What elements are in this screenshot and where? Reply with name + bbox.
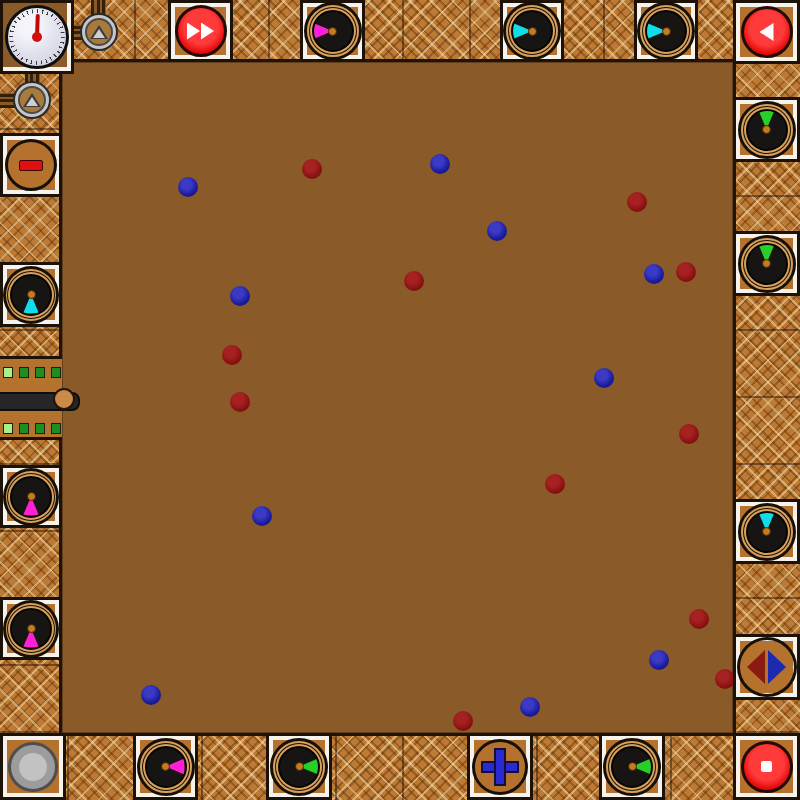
fast-forward-tile (168, 0, 233, 62)
blue-ball[interactable] (594, 368, 614, 388)
dial-ring (3, 266, 59, 324)
led (19, 423, 29, 434)
dial-face (278, 746, 320, 788)
minus-icon (19, 160, 43, 171)
timer-dial-right[interactable] (733, 97, 800, 162)
dial-ring (738, 503, 796, 561)
frame-bottom (0, 733, 800, 800)
valve-inner (18, 86, 46, 114)
led (51, 423, 61, 434)
previous-tile (733, 0, 800, 64)
dial-face (645, 10, 687, 52)
led (51, 367, 61, 378)
dial-ring (3, 600, 59, 658)
gauge-hub (32, 32, 42, 42)
add-tile (467, 733, 533, 800)
led-meter-top (3, 367, 61, 378)
fast-forward-button[interactable] (175, 5, 227, 57)
red-ball[interactable] (230, 392, 250, 412)
meter-panel (0, 356, 62, 440)
gray-button-tile (0, 733, 66, 800)
red-ball[interactable] (545, 474, 565, 494)
timer-dial-right[interactable] (733, 231, 800, 296)
red-ball[interactable] (302, 159, 322, 179)
blue-ball[interactable] (487, 221, 507, 241)
dial-center-dot (27, 624, 36, 633)
timer-dial-bottom[interactable] (599, 733, 665, 800)
gray-button[interactable] (8, 742, 58, 792)
stop-button[interactable] (741, 741, 793, 793)
blue-ball[interactable] (520, 697, 540, 717)
dial-face (611, 746, 653, 788)
slider-knob[interactable] (53, 388, 75, 410)
red-ball[interactable] (404, 271, 424, 291)
game-window: { "game": "Steampunk marble-arena physic… (0, 0, 800, 800)
dial-center-dot (628, 762, 637, 771)
blue-ball[interactable] (230, 286, 250, 306)
red-left-triangle-icon (747, 650, 765, 684)
red-ball[interactable] (676, 262, 696, 282)
dial-face (10, 274, 52, 316)
dial-center-dot (762, 527, 771, 536)
swap-colors-button[interactable] (737, 637, 797, 697)
led (19, 367, 29, 378)
dial-face (10, 608, 52, 650)
gray-button-inner (19, 753, 47, 781)
dial-ring (137, 738, 195, 796)
dial-center-dot (295, 762, 304, 771)
dial-ring (603, 738, 661, 796)
dial-face (10, 476, 52, 518)
blue-ball[interactable] (252, 506, 272, 526)
timer-dial-left[interactable] (0, 597, 62, 660)
red-ball[interactable] (715, 669, 733, 689)
red-ball[interactable] (222, 345, 242, 365)
remove-tile (0, 133, 62, 197)
dial-face (746, 109, 788, 151)
led (35, 423, 45, 434)
valve-inner (85, 18, 113, 46)
dial-ring (503, 2, 561, 60)
timer-dial-top[interactable] (634, 0, 698, 62)
swap-tile (733, 634, 800, 700)
dial-center-dot (762, 125, 771, 134)
fast-forward-icon (201, 23, 214, 40)
arena[interactable] (62, 62, 733, 733)
left-triangle-icon (760, 23, 774, 41)
blue-right-triangle-icon (768, 650, 786, 684)
dial-ring (3, 468, 59, 526)
dial-face (746, 511, 788, 553)
timer-dial-left[interactable] (0, 262, 62, 327)
pressure-gauge-tile (0, 0, 74, 74)
timer-dial-top[interactable] (300, 0, 365, 62)
timer-dial-bottom[interactable] (266, 733, 332, 800)
blue-ball[interactable] (141, 685, 161, 705)
dial-ring (270, 738, 328, 796)
dial-center-dot (762, 259, 771, 268)
triangle-up-icon (23, 93, 41, 107)
red-ball[interactable] (679, 424, 699, 444)
dial-face (145, 746, 187, 788)
dial-ring (304, 2, 362, 60)
previous-button[interactable] (741, 6, 793, 58)
dial-center-dot (662, 27, 671, 36)
stop-square-icon (761, 761, 772, 772)
stop-tile (733, 733, 800, 800)
pressure-gauge (5, 5, 69, 69)
timer-dial-top[interactable] (500, 0, 564, 62)
red-ball[interactable] (627, 192, 647, 212)
dial-center-dot (161, 762, 170, 771)
red-ball[interactable] (689, 609, 709, 629)
timer-dial-left[interactable] (0, 465, 62, 528)
dial-center-dot (328, 27, 337, 36)
blue-ball[interactable] (430, 154, 450, 174)
led (35, 367, 45, 378)
triangle-up-icon (90, 25, 108, 39)
add-button[interactable] (472, 739, 528, 795)
dial-ring (637, 2, 695, 60)
dial-ring (738, 101, 796, 159)
led (3, 423, 13, 434)
dial-center-dot (27, 290, 36, 299)
dial-face (312, 10, 354, 52)
timer-dial-right[interactable] (733, 499, 800, 564)
valve-button[interactable] (80, 13, 118, 51)
fast-forward-icon (187, 23, 200, 40)
blue-ball[interactable] (644, 264, 664, 284)
blue-ball[interactable] (178, 177, 198, 197)
frame-right (733, 62, 800, 733)
red-ball[interactable] (453, 711, 473, 731)
dial-center-dot (27, 492, 36, 501)
blue-ball[interactable] (649, 650, 669, 670)
dial-center-dot (528, 27, 537, 36)
dial-face (746, 243, 788, 285)
dial-face (511, 10, 553, 52)
dial-ring (738, 235, 796, 293)
timer-dial-bottom[interactable] (133, 733, 198, 800)
led-meter-bottom (3, 423, 61, 434)
led (3, 367, 13, 378)
valve-button[interactable] (13, 81, 51, 119)
remove-button[interactable] (5, 139, 57, 191)
plus-icon (494, 748, 506, 786)
